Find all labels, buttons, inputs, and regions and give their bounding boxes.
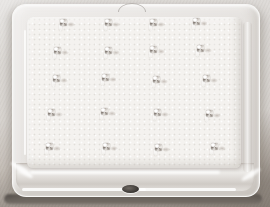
crystal-gem: [102, 74, 109, 81]
stud-shadow: [110, 146, 118, 151]
nose-stud: [47, 109, 64, 124]
nose-stud: [196, 45, 213, 60]
nose-stud: [104, 19, 121, 34]
crystal-gem: [155, 144, 162, 151]
crystal-gem: [203, 75, 210, 82]
stud-shadow: [55, 112, 63, 117]
stud-shadow: [210, 78, 218, 83]
stud-shadow: [200, 21, 208, 26]
stud-shadow: [61, 50, 69, 55]
stud-shadow: [160, 79, 168, 84]
stud-shadow: [204, 48, 212, 53]
stud-shadow: [157, 22, 165, 27]
crystal-gem: [60, 19, 67, 26]
stud-shadow: [157, 49, 165, 54]
stud-shadow: [60, 78, 68, 83]
nose-stud: [53, 47, 70, 62]
stud-shadow: [108, 111, 116, 116]
nose-stud: [59, 19, 76, 34]
crystal-gem: [197, 45, 204, 52]
stud-shadow: [112, 50, 120, 55]
nose-stud: [52, 75, 69, 90]
crystal-gem: [154, 109, 161, 116]
nose-stud: [210, 143, 227, 158]
nose-stud: [149, 19, 166, 34]
studs-layer: [0, 0, 270, 207]
crystal-gem: [211, 143, 218, 150]
stud-shadow: [109, 77, 117, 82]
nose-stud: [153, 109, 170, 124]
stud-shadow: [218, 146, 226, 151]
crystal-gem: [53, 75, 60, 82]
crystal-gem: [206, 110, 213, 117]
crystal-gem: [48, 109, 55, 116]
crystal-gem: [153, 76, 160, 83]
fabric-background: [0, 0, 270, 207]
stud-shadow: [161, 112, 169, 117]
nose-stud: [192, 18, 209, 33]
nose-stud: [154, 144, 171, 159]
crystal-gem: [193, 18, 200, 25]
crystal-gem: [101, 108, 108, 115]
nose-stud: [100, 108, 117, 123]
stud-shadow: [67, 22, 75, 27]
crystal-gem: [150, 46, 157, 53]
stud-shadow: [213, 113, 221, 118]
nose-stud: [202, 75, 219, 90]
stud-shadow: [162, 147, 170, 152]
nose-stud: [104, 47, 121, 62]
crystal-gem: [105, 47, 112, 54]
crystal-gem: [103, 143, 110, 150]
nose-stud: [45, 143, 62, 158]
crystal-gem: [46, 143, 53, 150]
nose-stud: [149, 46, 166, 61]
crystal-gem: [150, 19, 157, 26]
stud-shadow: [53, 146, 61, 151]
nose-stud: [205, 110, 222, 125]
stud-shadow: [112, 22, 120, 27]
nose-stud: [101, 74, 118, 89]
nose-stud: [102, 143, 119, 158]
crystal-gem: [54, 47, 61, 54]
nose-stud: [152, 76, 169, 91]
crystal-gem: [105, 19, 112, 26]
